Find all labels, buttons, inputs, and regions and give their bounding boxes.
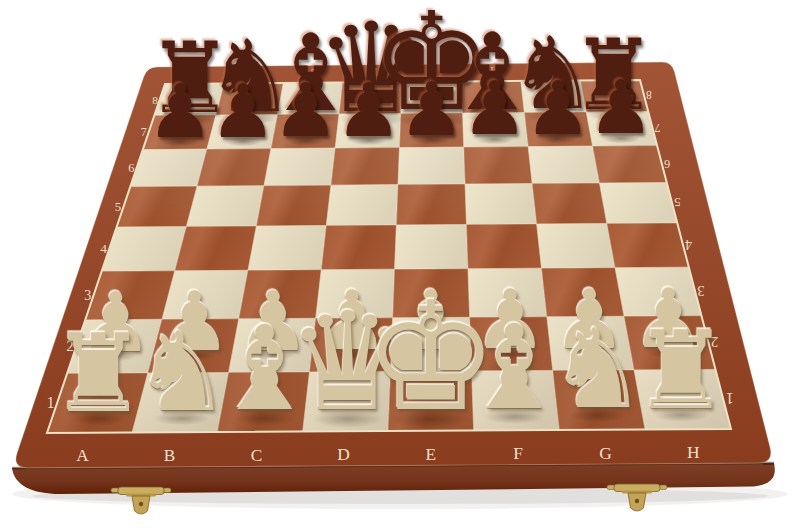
chess-set-photo: 8877665544332211AABBCCDDEEFFGGHH ♜♞♝♛♚♝♞… <box>0 0 800 528</box>
piece-black-pawn[interactable]: ♟ <box>462 74 528 142</box>
rank-label-left-6: 6 <box>128 161 134 175</box>
piece-black-pawn[interactable]: ♟ <box>525 74 591 142</box>
file-label-bottom-B: B <box>164 446 176 465</box>
file-label-bottom-C: C <box>251 445 263 465</box>
file-label-bottom-G: G <box>599 443 612 463</box>
file-label-bottom-A: A <box>76 446 89 465</box>
rank-label-left-4: 4 <box>100 241 107 256</box>
rank-label-right-4: 4 <box>685 237 692 252</box>
piece-black-pawn[interactable]: ♟ <box>336 76 402 144</box>
piece-black-pawn[interactable]: ♟ <box>210 77 276 145</box>
piece-white-rook[interactable]: ♜ <box>633 320 730 419</box>
piece-black-pawn[interactable]: ♟ <box>273 76 339 144</box>
piece-black-pawn[interactable]: ♟ <box>588 73 654 141</box>
piece-black-pawn[interactable]: ♟ <box>399 75 465 143</box>
file-label-bottom-E: E <box>425 444 436 464</box>
rank-label-right-5: 5 <box>674 195 681 210</box>
file-label-bottom-F: F <box>513 443 523 463</box>
file-label-bottom-H: H <box>687 442 700 462</box>
rank-label-right-6: 6 <box>664 157 670 171</box>
rank-label-left-5: 5 <box>115 200 121 214</box>
file-label-bottom-D: D <box>337 444 350 464</box>
piece-black-pawn[interactable]: ♟ <box>147 77 213 145</box>
